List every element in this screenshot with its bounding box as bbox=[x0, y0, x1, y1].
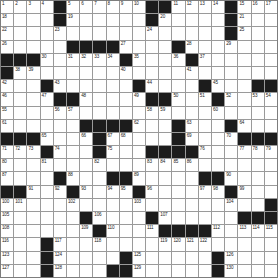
cell-r14-c13[interactable] bbox=[159, 172, 171, 184]
cell-r10-c17[interactable] bbox=[212, 120, 224, 132]
cell-r12-c20[interactable]: 78 bbox=[252, 146, 264, 158]
cell-r16-c8[interactable] bbox=[93, 199, 105, 211]
cell-r16-c6[interactable]: 102 bbox=[67, 199, 79, 211]
cell-r13-c16[interactable] bbox=[199, 159, 211, 171]
cell-r8-c1[interactable]: 46 bbox=[1, 93, 13, 105]
cell-r12-c2[interactable]: 72 bbox=[14, 146, 26, 158]
cell-r1-c3[interactable]: 3 bbox=[27, 1, 39, 13]
cell-r18-c19[interactable]: 113 bbox=[238, 225, 250, 237]
cell-r18-c20[interactable]: 114 bbox=[252, 225, 264, 237]
cell-r12-c18[interactable] bbox=[225, 146, 237, 158]
cell-r3-c15[interactable] bbox=[186, 27, 198, 39]
cell-r9-c6[interactable]: 57 bbox=[67, 107, 79, 119]
cell-r5-c14[interactable]: 36 bbox=[172, 54, 184, 66]
cell-r4-c16[interactable] bbox=[199, 41, 211, 53]
cell-r4-c3[interactable] bbox=[27, 41, 39, 53]
cell-r5-c16[interactable]: 37 bbox=[199, 54, 211, 66]
cell-r7-c7[interactable] bbox=[80, 80, 92, 92]
cell-r18-c7[interactable]: 109 bbox=[80, 225, 92, 237]
cell-r5-c18[interactable] bbox=[225, 54, 237, 66]
cell-r7-c12[interactable]: 44 bbox=[146, 80, 158, 92]
cell-r19-c9[interactable] bbox=[107, 238, 119, 250]
cell-r8-c14[interactable]: 50 bbox=[172, 93, 184, 105]
cell-r2-c16[interactable] bbox=[199, 14, 211, 26]
cell-r15-c8[interactable] bbox=[93, 186, 105, 198]
cell-r17-c13[interactable]: 107 bbox=[159, 212, 171, 224]
cell-r15-c5[interactable]: 92 bbox=[54, 186, 66, 198]
cell-r13-c11[interactable] bbox=[133, 159, 145, 171]
cell-r10-c6[interactable] bbox=[67, 120, 79, 132]
cell-r5-c4[interactable]: 30 bbox=[41, 54, 53, 66]
cell-r16-c10[interactable] bbox=[120, 199, 132, 211]
cell-r6-c4[interactable] bbox=[41, 67, 53, 79]
cell-r12-c9[interactable]: 75 bbox=[107, 146, 119, 158]
cell-r9-c16[interactable] bbox=[199, 107, 211, 119]
cell-r6-c3[interactable]: 39 bbox=[27, 67, 39, 79]
cell-r6-c8[interactable] bbox=[93, 67, 105, 79]
cell-r6-c12[interactable] bbox=[146, 67, 158, 79]
cell-r3-c19[interactable]: 25 bbox=[238, 27, 250, 39]
cell-r14-c2[interactable] bbox=[14, 172, 26, 184]
cell-r1-c16[interactable]: 13 bbox=[199, 1, 211, 13]
cell-r18-c4[interactable] bbox=[41, 225, 53, 237]
cell-r6-c20[interactable] bbox=[252, 67, 264, 79]
cell-r16-c14[interactable] bbox=[172, 199, 184, 211]
cell-r19-c7[interactable] bbox=[80, 238, 92, 250]
cell-r21-c11[interactable]: 129 bbox=[133, 265, 145, 277]
cell-r21-c2[interactable] bbox=[14, 265, 26, 277]
cell-r8-c20[interactable]: 53 bbox=[252, 93, 264, 105]
cell-r17-c9[interactable] bbox=[107, 212, 119, 224]
cell-r20-c7[interactable] bbox=[80, 252, 92, 264]
cell-r15-c9[interactable]: 94 bbox=[107, 186, 119, 198]
cell-r9-c2[interactable] bbox=[14, 107, 26, 119]
cell-r7-c10[interactable] bbox=[120, 80, 132, 92]
cell-r20-c1[interactable]: 123 bbox=[1, 252, 13, 264]
cell-r19-c11[interactable] bbox=[133, 238, 145, 250]
cell-r19-c6[interactable] bbox=[67, 238, 79, 250]
cell-r13-c8[interactable]: 82 bbox=[93, 159, 105, 171]
cell-r15-c14[interactable] bbox=[172, 186, 184, 198]
cell-r21-c6[interactable] bbox=[67, 265, 79, 277]
cell-r21-c20[interactable] bbox=[252, 265, 264, 277]
cell-r3-c1[interactable]: 22 bbox=[1, 27, 13, 39]
cell-r12-c17[interactable] bbox=[212, 146, 224, 158]
cell-r8-c2[interactable] bbox=[14, 93, 26, 105]
cell-r7-c5[interactable]: 43 bbox=[54, 80, 66, 92]
cell-r20-c14[interactable] bbox=[172, 252, 184, 264]
cell-r17-c5[interactable] bbox=[54, 212, 66, 224]
cell-r9-c12[interactable]: 58 bbox=[146, 107, 158, 119]
cell-r10-c4[interactable] bbox=[41, 120, 53, 132]
cell-r16-c11[interactable]: 103 bbox=[133, 199, 145, 211]
cell-r12-c16[interactable]: 76 bbox=[199, 146, 211, 158]
cell-r3-c8[interactable] bbox=[93, 27, 105, 39]
cell-r11-c9[interactable]: 67 bbox=[107, 133, 119, 145]
cell-r14-c15[interactable] bbox=[186, 172, 198, 184]
cell-r14-c18[interactable]: 90 bbox=[225, 172, 237, 184]
cell-r19-c8[interactable]: 118 bbox=[93, 238, 105, 250]
cell-r15-c3[interactable]: 91 bbox=[27, 186, 39, 198]
cell-r3-c21[interactable] bbox=[265, 27, 277, 39]
cell-r4-c2[interactable] bbox=[14, 41, 26, 53]
cell-r12-c1[interactable]: 71 bbox=[1, 146, 13, 158]
cell-r3-c4[interactable] bbox=[41, 27, 53, 39]
cell-r18-c10[interactable] bbox=[120, 225, 132, 237]
cell-r14-c19[interactable] bbox=[238, 172, 250, 184]
cell-r20-c15[interactable] bbox=[186, 252, 198, 264]
cell-r1-c21[interactable]: 17 bbox=[265, 1, 277, 13]
cell-r6-c10[interactable]: 40 bbox=[120, 67, 132, 79]
cell-r9-c3[interactable] bbox=[27, 107, 39, 119]
cell-r7-c14[interactable] bbox=[172, 80, 184, 92]
cell-r9-c11[interactable] bbox=[133, 107, 145, 119]
cell-r17-c2[interactable] bbox=[14, 212, 26, 224]
cell-r2-c20[interactable] bbox=[252, 14, 264, 26]
cell-r7-c2[interactable] bbox=[14, 80, 26, 92]
cell-r3-c16[interactable] bbox=[199, 27, 211, 39]
cell-r2-c21[interactable] bbox=[265, 14, 277, 26]
cell-r16-c12[interactable] bbox=[146, 199, 158, 211]
cell-r21-c5[interactable]: 128 bbox=[54, 265, 66, 277]
cell-r14-c6[interactable]: 88 bbox=[67, 172, 79, 184]
cell-r19-c17[interactable] bbox=[212, 238, 224, 250]
cell-r2-c8[interactable] bbox=[93, 14, 105, 26]
cell-r14-c3[interactable] bbox=[27, 172, 39, 184]
cell-r1-c15[interactable]: 12 bbox=[186, 1, 198, 13]
cell-r14-c14[interactable] bbox=[172, 172, 184, 184]
cell-r3-c6[interactable] bbox=[67, 27, 79, 39]
cell-r21-c13[interactable] bbox=[159, 265, 171, 277]
cell-r13-c9[interactable] bbox=[107, 159, 119, 171]
cell-r4-c20[interactable] bbox=[252, 41, 264, 53]
cell-r11-c6[interactable] bbox=[67, 133, 79, 145]
cell-r3-c11[interactable] bbox=[133, 27, 145, 39]
cell-r10-c3[interactable] bbox=[27, 120, 39, 132]
cell-r9-c1[interactable]: 55 bbox=[1, 107, 13, 119]
cell-r6-c15[interactable]: 41 bbox=[186, 67, 198, 79]
cell-r10-c12[interactable] bbox=[146, 120, 158, 132]
cell-r20-c2[interactable] bbox=[14, 252, 26, 264]
cell-r16-c4[interactable] bbox=[41, 199, 53, 211]
cell-r8-c7[interactable]: 48 bbox=[80, 93, 92, 105]
cell-r20-c6[interactable] bbox=[67, 252, 79, 264]
cell-r11-c11[interactable] bbox=[133, 133, 145, 145]
cell-r3-c12[interactable]: 24 bbox=[146, 27, 158, 39]
cell-r19-c3[interactable] bbox=[27, 238, 39, 250]
cell-r6-c14[interactable] bbox=[172, 67, 184, 79]
cell-r9-c14[interactable] bbox=[172, 107, 184, 119]
cell-r1-c17[interactable]: 14 bbox=[212, 1, 224, 13]
cell-r4-c18[interactable]: 29 bbox=[225, 41, 237, 53]
cell-r15-c17[interactable]: 98 bbox=[212, 186, 224, 198]
cell-r7-c19[interactable] bbox=[238, 80, 250, 92]
cell-r16-c9[interactable] bbox=[107, 199, 119, 211]
cell-r17-c1[interactable]: 105 bbox=[1, 212, 13, 224]
cell-r12-c6[interactable] bbox=[67, 146, 79, 158]
cell-r16-c20[interactable] bbox=[252, 199, 264, 211]
cell-r17-c3[interactable] bbox=[27, 212, 39, 224]
cell-r7-c3[interactable] bbox=[27, 80, 39, 92]
cell-r14-c20[interactable] bbox=[252, 172, 264, 184]
cell-r2-c7[interactable] bbox=[80, 14, 92, 26]
cell-r1-c8[interactable]: 7 bbox=[93, 1, 105, 13]
cell-r2-c14[interactable] bbox=[172, 14, 184, 26]
cell-r6-c13[interactable] bbox=[159, 67, 171, 79]
cell-r9-c18[interactable] bbox=[225, 107, 237, 119]
cell-r1-c9[interactable]: 8 bbox=[107, 1, 119, 13]
cell-r6-c5[interactable] bbox=[54, 67, 66, 79]
cell-r3-c9[interactable] bbox=[107, 27, 119, 39]
cell-r6-c6[interactable] bbox=[67, 67, 79, 79]
cell-r2-c11[interactable] bbox=[133, 14, 145, 26]
cell-r16-c16[interactable] bbox=[199, 199, 211, 211]
cell-r5-c9[interactable]: 34 bbox=[107, 54, 119, 66]
cell-r4-c11[interactable] bbox=[133, 41, 145, 53]
cell-r16-c5[interactable] bbox=[54, 199, 66, 211]
cell-r15-c21[interactable] bbox=[265, 186, 277, 198]
cell-r8-c16[interactable]: 51 bbox=[199, 93, 211, 105]
cell-r1-c6[interactable]: 5 bbox=[67, 1, 79, 13]
cell-r14-c4[interactable] bbox=[41, 172, 53, 184]
cell-r4-c12[interactable] bbox=[146, 41, 158, 53]
cell-r4-c19[interactable] bbox=[238, 41, 250, 53]
cell-r15-c16[interactable]: 97 bbox=[199, 186, 211, 198]
cell-r3-c17[interactable] bbox=[212, 27, 224, 39]
cell-r16-c2[interactable]: 101 bbox=[14, 199, 26, 211]
cell-r17-c4[interactable] bbox=[41, 212, 53, 224]
cell-r19-c16[interactable]: 122 bbox=[199, 238, 211, 250]
cell-r11-c7[interactable]: 66 bbox=[80, 133, 92, 145]
cell-r19-c14[interactable]: 120 bbox=[172, 238, 184, 250]
cell-r7-c18[interactable] bbox=[225, 80, 237, 92]
cell-r4-c17[interactable] bbox=[212, 41, 224, 53]
cell-r18-c6[interactable] bbox=[67, 225, 79, 237]
cell-r21-c21[interactable] bbox=[265, 265, 277, 277]
cell-r20-c21[interactable] bbox=[265, 252, 277, 264]
cell-r1-c20[interactable]: 16 bbox=[252, 1, 264, 13]
cell-r17-c14[interactable] bbox=[172, 212, 184, 224]
cell-r19-c18[interactable] bbox=[225, 238, 237, 250]
cell-r19-c2[interactable] bbox=[14, 238, 26, 250]
cell-r18-c12[interactable]: 111 bbox=[146, 225, 158, 237]
cell-r7-c17[interactable]: 45 bbox=[212, 80, 224, 92]
cell-r18-c17[interactable]: 112 bbox=[212, 225, 224, 237]
cell-r3-c13[interactable] bbox=[159, 27, 171, 39]
cell-r8-c11[interactable]: 49 bbox=[133, 93, 145, 105]
cell-r20-c5[interactable]: 124 bbox=[54, 252, 66, 264]
cell-r2-c15[interactable] bbox=[186, 14, 198, 26]
cell-r16-c3[interactable] bbox=[27, 199, 39, 211]
cell-r20-c3[interactable] bbox=[27, 252, 39, 264]
cell-r1-c4[interactable]: 4 bbox=[41, 1, 53, 13]
cell-r17-c16[interactable] bbox=[199, 212, 211, 224]
cell-r20-c20[interactable] bbox=[252, 252, 264, 264]
cell-r8-c10[interactable] bbox=[120, 93, 132, 105]
cell-r5-c8[interactable]: 33 bbox=[93, 54, 105, 66]
cell-r12-c21[interactable]: 79 bbox=[265, 146, 277, 158]
cell-r10-c20[interactable] bbox=[252, 120, 264, 132]
cell-r16-c18[interactable]: 104 bbox=[225, 199, 237, 211]
cell-r13-c21[interactable] bbox=[265, 159, 277, 171]
cell-r16-c1[interactable]: 100 bbox=[1, 199, 13, 211]
cell-r6-c18[interactable] bbox=[225, 67, 237, 79]
cell-r21-c18[interactable]: 130 bbox=[225, 265, 237, 277]
cell-r10-c5[interactable] bbox=[54, 120, 66, 132]
cell-r21-c15[interactable] bbox=[186, 265, 198, 277]
cell-r11-c17[interactable] bbox=[212, 133, 224, 145]
cell-r10-c13[interactable] bbox=[159, 120, 171, 132]
cell-r9-c4[interactable] bbox=[41, 107, 53, 119]
cell-r18-c21[interactable]: 115 bbox=[265, 225, 277, 237]
cell-r16-c15[interactable] bbox=[186, 199, 198, 211]
cell-r15-c20[interactable] bbox=[252, 186, 264, 198]
cell-r13-c5[interactable] bbox=[54, 159, 66, 171]
cell-r15-c10[interactable]: 95 bbox=[120, 186, 132, 198]
cell-r17-c10[interactable] bbox=[120, 212, 132, 224]
cell-r9-c9[interactable] bbox=[107, 107, 119, 119]
cell-r4-c10[interactable]: 27 bbox=[120, 41, 132, 53]
cell-r12-c3[interactable]: 73 bbox=[27, 146, 39, 158]
cell-r5-c11[interactable]: 35 bbox=[133, 54, 145, 66]
cell-r13-c10[interactable] bbox=[120, 159, 132, 171]
cell-r13-c18[interactable] bbox=[225, 159, 237, 171]
cell-r20-c16[interactable] bbox=[199, 252, 211, 264]
cell-r6-c9[interactable] bbox=[107, 67, 119, 79]
cell-r9-c8[interactable] bbox=[93, 107, 105, 119]
cell-r7-c9[interactable] bbox=[107, 80, 119, 92]
cell-r21-c19[interactable] bbox=[238, 265, 250, 277]
cell-r1-c14[interactable]: 11 bbox=[172, 1, 184, 13]
cell-r3-c2[interactable] bbox=[14, 27, 26, 39]
cell-r9-c13[interactable]: 59 bbox=[159, 107, 171, 119]
cell-r10-c21[interactable] bbox=[265, 120, 277, 132]
cell-r3-c5[interactable]: 23 bbox=[54, 27, 66, 39]
cell-r19-c15[interactable]: 121 bbox=[186, 238, 198, 250]
cell-r13-c4[interactable]: 81 bbox=[41, 159, 53, 171]
cell-r7-c6[interactable] bbox=[67, 80, 79, 92]
cell-r2-c19[interactable]: 21 bbox=[238, 14, 250, 26]
cell-r11-c10[interactable]: 68 bbox=[120, 133, 132, 145]
cell-r15-c12[interactable]: 96 bbox=[146, 186, 158, 198]
cell-r7-c13[interactable] bbox=[159, 80, 171, 92]
cell-r4-c21[interactable] bbox=[265, 41, 277, 53]
cell-r12-c10[interactable] bbox=[120, 146, 132, 158]
cell-r8-c15[interactable] bbox=[186, 93, 198, 105]
cell-r21-c3[interactable] bbox=[27, 265, 39, 277]
cell-r16-c17[interactable] bbox=[212, 199, 224, 211]
cell-r5-c19[interactable] bbox=[238, 54, 250, 66]
cell-r16-c7[interactable] bbox=[80, 199, 92, 211]
cell-r1-c7[interactable]: 6 bbox=[80, 1, 92, 13]
cell-r6-c16[interactable] bbox=[199, 67, 211, 79]
cell-r1-c19[interactable]: 15 bbox=[238, 1, 250, 13]
cell-r5-c21[interactable] bbox=[265, 54, 277, 66]
cell-r10-c2[interactable] bbox=[14, 120, 26, 132]
cell-r2-c4[interactable] bbox=[41, 14, 53, 26]
cell-r21-c8[interactable] bbox=[93, 265, 105, 277]
cell-r9-c7[interactable] bbox=[80, 107, 92, 119]
cell-r10-c16[interactable] bbox=[199, 120, 211, 132]
cell-r18-c1[interactable]: 108 bbox=[1, 225, 13, 237]
cell-r12-c7[interactable] bbox=[80, 146, 92, 158]
cell-r8-c18[interactable]: 52 bbox=[225, 93, 237, 105]
cell-r11-c16[interactable] bbox=[199, 133, 211, 145]
cell-r8-c3[interactable] bbox=[27, 93, 39, 105]
cell-r19-c21[interactable] bbox=[265, 238, 277, 250]
cell-r5-c17[interactable] bbox=[212, 54, 224, 66]
cell-r2-c9[interactable] bbox=[107, 14, 119, 26]
cell-r17-c11[interactable] bbox=[133, 212, 145, 224]
cell-r21-c14[interactable] bbox=[172, 265, 184, 277]
cell-r16-c13[interactable] bbox=[159, 199, 171, 211]
cell-r17-c15[interactable] bbox=[186, 212, 198, 224]
cell-r20-c8[interactable] bbox=[93, 252, 105, 264]
cell-r16-c19[interactable] bbox=[238, 199, 250, 211]
cell-r6-c21[interactable] bbox=[265, 67, 277, 79]
cell-r21-c16[interactable] bbox=[199, 265, 211, 277]
cell-r13-c12[interactable]: 83 bbox=[146, 159, 158, 171]
cell-r2-c10[interactable] bbox=[120, 14, 132, 26]
cell-r19-c10[interactable] bbox=[120, 238, 132, 250]
cell-r9-c5[interactable]: 56 bbox=[54, 107, 66, 119]
cell-r13-c13[interactable]: 84 bbox=[159, 159, 171, 171]
cell-r20-c18[interactable]: 126 bbox=[225, 252, 237, 264]
cell-r4-c15[interactable]: 28 bbox=[186, 41, 198, 53]
cell-r21-c1[interactable]: 127 bbox=[1, 265, 13, 277]
cell-r15-c4[interactable] bbox=[41, 186, 53, 198]
cell-r14-c21[interactable] bbox=[265, 172, 277, 184]
cell-r6-c17[interactable] bbox=[212, 67, 224, 79]
cell-r5-c6[interactable]: 31 bbox=[67, 54, 79, 66]
cell-r8-c8[interactable] bbox=[93, 93, 105, 105]
cell-r9-c21[interactable] bbox=[265, 107, 277, 119]
cell-r19-c19[interactable] bbox=[238, 238, 250, 250]
cell-r4-c4[interactable] bbox=[41, 41, 53, 53]
cell-r14-c1[interactable]: 87 bbox=[1, 172, 13, 184]
cell-r12-c5[interactable]: 74 bbox=[54, 146, 66, 158]
cell-r21-c7[interactable] bbox=[80, 265, 92, 277]
cell-r7-c8[interactable] bbox=[93, 80, 105, 92]
cell-r19-c12[interactable] bbox=[146, 238, 158, 250]
cell-r17-c17[interactable] bbox=[212, 212, 224, 224]
cell-r6-c7[interactable] bbox=[80, 67, 92, 79]
cell-r20-c19[interactable] bbox=[238, 252, 250, 264]
cell-r1-c2[interactable]: 2 bbox=[14, 1, 26, 13]
cell-r13-c1[interactable]: 80 bbox=[1, 159, 13, 171]
cell-r17-c18[interactable] bbox=[225, 212, 237, 224]
cell-r1-c1[interactable]: 1 bbox=[1, 1, 13, 13]
cell-r12-c11[interactable] bbox=[133, 146, 145, 158]
cell-r20-c9[interactable] bbox=[107, 252, 119, 264]
cell-r4-c1[interactable]: 26 bbox=[1, 41, 13, 53]
cell-r19-c13[interactable]: 119 bbox=[159, 238, 171, 250]
cell-r5-c20[interactable] bbox=[252, 54, 264, 66]
cell-r6-c2[interactable]: 38 bbox=[14, 67, 26, 79]
cell-r13-c17[interactable] bbox=[212, 159, 224, 171]
cell-r3-c14[interactable] bbox=[172, 27, 184, 39]
cell-r12-c19[interactable]: 77 bbox=[238, 146, 250, 158]
cell-r11-c13[interactable] bbox=[159, 133, 171, 145]
cell-r14-c11[interactable]: 89 bbox=[133, 172, 145, 184]
cell-r5-c12[interactable] bbox=[146, 54, 158, 66]
cell-r6-c11[interactable] bbox=[133, 67, 145, 79]
cell-r11-c5[interactable] bbox=[54, 133, 66, 145]
cell-r14-c8[interactable] bbox=[93, 172, 105, 184]
cell-r19-c20[interactable] bbox=[252, 238, 264, 250]
cell-r11-c15[interactable]: 69 bbox=[186, 133, 198, 145]
cell-r1-c11[interactable]: 10 bbox=[133, 1, 145, 13]
